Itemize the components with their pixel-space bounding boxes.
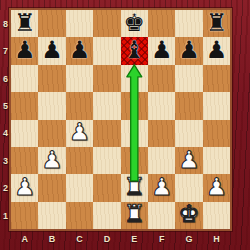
piece-black-pawn-a7[interactable]: ♟ (14, 38, 36, 62)
square-f3[interactable] (148, 147, 175, 174)
square-h2[interactable]: ♟ (203, 174, 230, 201)
piece-white-rook-e2[interactable]: ♜ (124, 175, 146, 199)
rank-label-3: 3 (0, 156, 11, 166)
square-f4[interactable] (148, 120, 175, 147)
piece-black-pawn-b7[interactable]: ♟ (41, 38, 63, 62)
chess-diagram: ♜♚♜♟♟♟♝♟♟♟♟♟♟♟♜♟♟♜♚ 87654321 ABCDEFGH (0, 0, 250, 250)
square-e2[interactable]: ♜ (121, 174, 148, 201)
square-b1[interactable] (38, 202, 65, 229)
square-h1[interactable] (203, 202, 230, 229)
rank-label-4: 4 (0, 128, 11, 138)
piece-black-rook-a8[interactable]: ♜ (14, 11, 36, 35)
piece-black-pawn-f7[interactable]: ♟ (151, 38, 173, 62)
piece-black-bishop-e7[interactable]: ♝ (124, 38, 146, 62)
piece-white-king-g1[interactable]: ♚ (178, 202, 200, 226)
square-d1[interactable] (93, 202, 120, 229)
square-h3[interactable] (203, 147, 230, 174)
square-e4[interactable] (121, 120, 148, 147)
square-b6[interactable] (38, 65, 65, 92)
square-h5[interactable] (203, 92, 230, 119)
square-e7[interactable]: ♝ (121, 37, 148, 64)
piece-white-pawn-b3[interactable]: ♟ (41, 148, 63, 172)
piece-white-rook-e1[interactable]: ♜ (124, 202, 146, 226)
square-e1[interactable]: ♜ (121, 202, 148, 229)
square-b4[interactable] (38, 120, 65, 147)
file-label-A: A (11, 234, 38, 246)
square-b5[interactable] (38, 92, 65, 119)
square-g6[interactable] (175, 65, 202, 92)
square-b8[interactable] (38, 10, 65, 37)
file-label-C: C (66, 234, 93, 246)
piece-black-pawn-h7[interactable]: ♟ (206, 38, 228, 62)
piece-white-pawn-a2[interactable]: ♟ (14, 175, 36, 199)
file-label-D: D (93, 234, 120, 246)
square-d4[interactable] (93, 120, 120, 147)
square-d2[interactable] (93, 174, 120, 201)
square-c8[interactable] (66, 10, 93, 37)
square-c5[interactable] (66, 92, 93, 119)
rank-label-1: 1 (0, 211, 11, 221)
square-c6[interactable] (66, 65, 93, 92)
square-f5[interactable] (148, 92, 175, 119)
square-a7[interactable]: ♟ (11, 37, 38, 64)
square-b3[interactable]: ♟ (38, 147, 65, 174)
piece-black-pawn-c7[interactable]: ♟ (69, 38, 91, 62)
rank-label-2: 2 (0, 183, 11, 193)
file-label-F: F (148, 234, 175, 246)
square-e5[interactable] (121, 92, 148, 119)
square-f7[interactable]: ♟ (148, 37, 175, 64)
rank-label-5: 5 (0, 101, 11, 111)
square-c3[interactable] (66, 147, 93, 174)
square-g2[interactable] (175, 174, 202, 201)
square-c4[interactable]: ♟ (66, 120, 93, 147)
square-a2[interactable]: ♟ (11, 174, 38, 201)
file-label-G: G (175, 234, 202, 246)
square-c7[interactable]: ♟ (66, 37, 93, 64)
piece-black-pawn-g7[interactable]: ♟ (178, 38, 200, 62)
square-a8[interactable]: ♜ (11, 10, 38, 37)
square-f2[interactable]: ♟ (148, 174, 175, 201)
file-label-E: E (121, 234, 148, 246)
square-f6[interactable] (148, 65, 175, 92)
square-g8[interactable] (175, 10, 202, 37)
square-f1[interactable] (148, 202, 175, 229)
square-d7[interactable] (93, 37, 120, 64)
square-a6[interactable] (11, 65, 38, 92)
file-label-H: H (203, 234, 230, 246)
square-a3[interactable] (11, 147, 38, 174)
square-e3[interactable] (121, 147, 148, 174)
square-a5[interactable] (11, 92, 38, 119)
square-g3[interactable]: ♟ (175, 147, 202, 174)
piece-black-king-e8[interactable]: ♚ (124, 11, 146, 35)
square-g7[interactable]: ♟ (175, 37, 202, 64)
square-a1[interactable] (11, 202, 38, 229)
square-h8[interactable]: ♜ (203, 10, 230, 37)
square-g4[interactable] (175, 120, 202, 147)
square-d3[interactable] (93, 147, 120, 174)
square-e6[interactable] (121, 65, 148, 92)
square-b7[interactable]: ♟ (38, 37, 65, 64)
piece-white-pawn-f2[interactable]: ♟ (151, 175, 173, 199)
square-d5[interactable] (93, 92, 120, 119)
square-f8[interactable] (148, 10, 175, 37)
piece-black-rook-h8[interactable]: ♜ (206, 11, 228, 35)
square-c1[interactable] (66, 202, 93, 229)
chess-board: ♜♚♜♟♟♟♝♟♟♟♟♟♟♟♜♟♟♜♚ (11, 10, 230, 229)
rank-label-7: 7 (0, 46, 11, 56)
square-h4[interactable] (203, 120, 230, 147)
piece-white-pawn-c4[interactable]: ♟ (69, 120, 91, 144)
rank-label-8: 8 (0, 19, 11, 29)
square-b2[interactable] (38, 174, 65, 201)
file-label-B: B (38, 234, 65, 246)
square-h7[interactable]: ♟ (203, 37, 230, 64)
piece-white-pawn-g3[interactable]: ♟ (178, 148, 200, 172)
square-g1[interactable]: ♚ (175, 202, 202, 229)
square-a4[interactable] (11, 120, 38, 147)
piece-white-pawn-h2[interactable]: ♟ (206, 175, 228, 199)
square-h6[interactable] (203, 65, 230, 92)
square-c2[interactable] (66, 174, 93, 201)
square-e8[interactable]: ♚ (121, 10, 148, 37)
square-g5[interactable] (175, 92, 202, 119)
square-d6[interactable] (93, 65, 120, 92)
square-d8[interactable] (93, 10, 120, 37)
rank-label-6: 6 (0, 74, 11, 84)
